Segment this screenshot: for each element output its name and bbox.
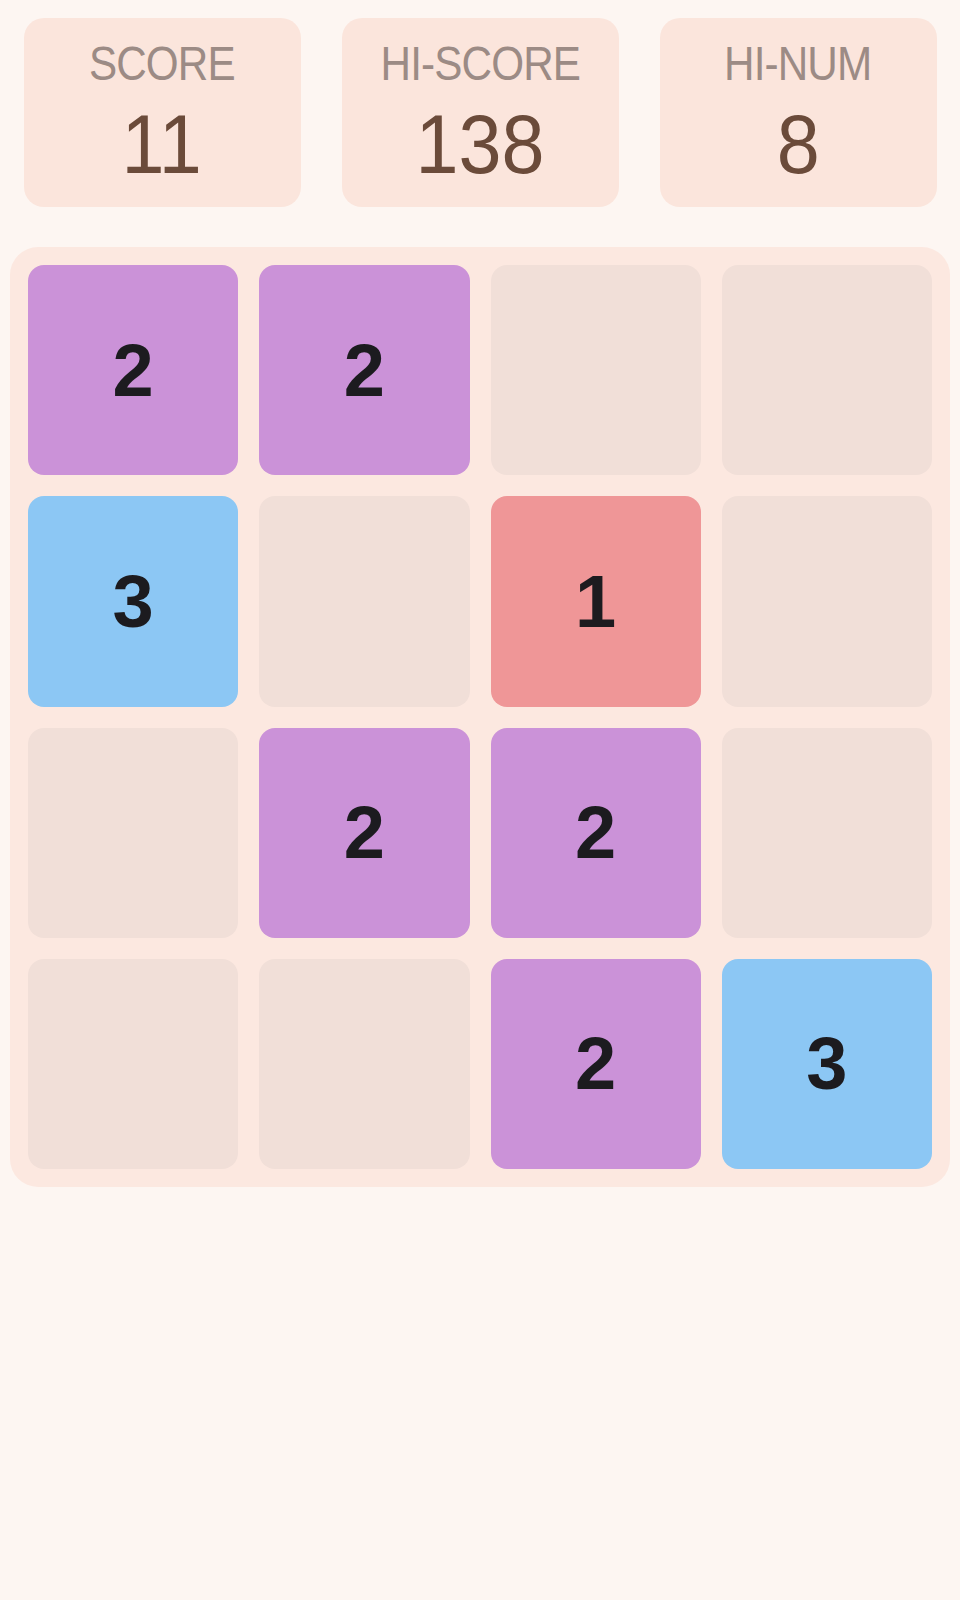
- empty-cell-r3c4: [722, 728, 932, 938]
- empty-cell-r3c1: [28, 728, 238, 938]
- tile-2-r3c2: 2: [259, 728, 469, 938]
- hi-num-box: HI-NUM 8: [660, 18, 937, 207]
- tile-2-r3c3: 2: [491, 728, 701, 938]
- stats-bar: SCORE 11 HI-SCORE 138 HI-NUM 8: [0, 0, 960, 207]
- tile-1-r2c3: 1: [491, 496, 701, 706]
- tile-2-r1c1: 2: [28, 265, 238, 475]
- score-value: 11: [122, 102, 202, 186]
- tile-2-r1c2: 2: [259, 265, 469, 475]
- tile-3-r4c4: 3: [722, 959, 932, 1169]
- hi-score-value: 138: [416, 102, 545, 186]
- empty-cell-r2c4: [722, 496, 932, 706]
- hi-num-value: 8: [777, 102, 820, 186]
- game-board[interactable]: 22312223: [10, 247, 950, 1187]
- empty-cell-r4c1: [28, 959, 238, 1169]
- tile-2-r4c3: 2: [491, 959, 701, 1169]
- app-root: SCORE 11 HI-SCORE 138 HI-NUM 8 22312223: [0, 0, 960, 1187]
- empty-cell-r2c2: [259, 496, 469, 706]
- score-box: SCORE 11: [24, 18, 301, 207]
- hi-score-box: HI-SCORE 138: [342, 18, 619, 207]
- hi-score-label: HI-SCORE: [380, 40, 579, 88]
- empty-cell-r1c3: [491, 265, 701, 475]
- empty-cell-r1c4: [722, 265, 932, 475]
- tile-3-r2c1: 3: [28, 496, 238, 706]
- score-label: SCORE: [89, 40, 235, 88]
- hi-num-label: HI-NUM: [724, 40, 871, 88]
- empty-cell-r4c2: [259, 959, 469, 1169]
